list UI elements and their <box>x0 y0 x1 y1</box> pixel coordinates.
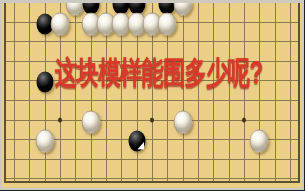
stone-black[interactable] <box>36 72 53 93</box>
stone-white[interactable] <box>158 12 177 35</box>
frame-edge-bottom <box>0 188 304 191</box>
grid-column-line <box>14 0 15 182</box>
stone-white[interactable] <box>250 130 269 153</box>
frame-edge-top <box>0 0 304 3</box>
stone-black[interactable] <box>128 131 145 152</box>
grid-column-line <box>213 0 214 182</box>
stone-white[interactable] <box>50 12 69 35</box>
grid-column-line <box>75 0 76 182</box>
board-border-right <box>298 0 300 183</box>
grid-column-line <box>183 0 184 182</box>
board-border-bottom <box>4 181 300 184</box>
stone-white[interactable] <box>173 110 192 133</box>
last-move-marker <box>137 142 144 150</box>
grid-row-line <box>4 100 298 101</box>
stone-white[interactable] <box>81 110 100 133</box>
star-point <box>150 117 154 122</box>
star-point <box>242 117 246 122</box>
grid-column-line <box>290 0 291 182</box>
frame-edge-left <box>0 0 2 190</box>
grid-column-line <box>229 0 230 182</box>
board-border-left <box>4 0 6 183</box>
grid-column-line <box>275 0 276 182</box>
video-frame: 这块模样能围多少呢? <box>0 0 304 190</box>
grid-row-line <box>4 159 298 160</box>
grid-column-line <box>259 0 260 182</box>
caption-text: 这块模样能围多少呢? <box>55 56 262 89</box>
star-point <box>58 117 62 122</box>
stone-white[interactable] <box>35 130 54 153</box>
grid-column-line <box>29 0 30 182</box>
go-board[interactable] <box>0 0 304 190</box>
grid-column-line <box>198 0 199 182</box>
grid-column-line <box>244 0 245 182</box>
grid-row-line <box>4 41 298 42</box>
frame-edge-right <box>302 0 305 190</box>
grid-row-line <box>4 178 298 179</box>
